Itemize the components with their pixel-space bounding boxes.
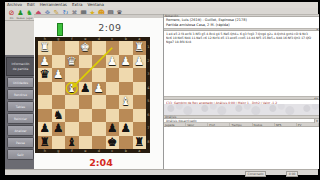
square-b6[interactable] <box>119 109 133 123</box>
panel-background-texture <box>164 104 319 115</box>
black-pawn: ♟ <box>79 82 93 96</box>
engine-column-nps: NPS <box>275 123 297 126</box>
turn-indicator-bar <box>57 23 63 36</box>
black-pawn: ♟ <box>119 122 133 136</box>
sidebar-button-utilidades[interactable]: Utilidades <box>7 77 34 88</box>
rank-label: 1 <box>147 41 151 55</box>
square-d1[interactable] <box>92 41 106 55</box>
square-c2[interactable]: ♟ <box>106 55 120 69</box>
square-a2[interactable]: ♟ <box>133 55 147 69</box>
file-label: f <box>65 149 79 153</box>
engine-column-nodos: Nodos <box>253 123 275 126</box>
square-d3[interactable] <box>92 68 106 82</box>
sidebar-info-box: Informaciónde partida <box>6 57 35 76</box>
event-line: Partida amistosa Casa, 2 M. (rápida) <box>166 23 316 28</box>
square-g8[interactable] <box>52 136 66 150</box>
square-c4[interactable] <box>106 82 120 96</box>
square-e1[interactable]: ♚ <box>79 41 93 55</box>
square-a5[interactable] <box>133 95 147 109</box>
white-pawn: ♟ <box>38 55 52 69</box>
square-b4[interactable] <box>119 82 133 96</box>
sidebar-button-label: Rendirse <box>14 93 27 97</box>
sidebar-button-label: Pausa <box>16 141 25 145</box>
rank-label: 3 <box>147 68 151 82</box>
square-h4[interactable] <box>38 82 52 96</box>
board-grid: ♜♚♜♟♛♟♟♟♛♟♝♟♟♝♞♟♟♟♟♜♝♚♜ <box>38 41 146 149</box>
square-e6[interactable] <box>79 109 93 123</box>
file-label: a <box>133 149 147 153</box>
black-clock: 2:04 <box>81 157 121 168</box>
notation-panel-titlebar: Notación <box>164 14 319 17</box>
white-clock: 2:09 <box>90 22 130 33</box>
fin-icon: ⊘ <box>9 9 15 17</box>
file-label: h <box>38 149 52 153</box>
sidebar-button-pausa[interactable]: Pausa <box>7 137 34 148</box>
status-item-1: 0:00 <box>286 171 298 177</box>
engine-column-valor: Valor <box>186 123 208 126</box>
movetext[interactable]: 1.e4 e5 2.f4 exf4 3.Nf3 g5 4.Bc4 g4 5.Ne… <box>166 32 314 94</box>
square-b5[interactable]: ♝ <box>119 95 133 109</box>
black-king: ♚ <box>106 136 120 150</box>
sidebar-button-tablas[interactable]: Tablas <box>7 101 34 112</box>
chess-board: hgfedcba ♜♚♜♟♛♟♟♟♛♟♝♟♟♝♞♟♟♟♟♜♝♚♜ 1234567… <box>35 37 150 153</box>
square-g7[interactable]: ♟ <box>52 122 66 136</box>
sidebar-info-line: Información <box>12 62 30 66</box>
square-b1[interactable] <box>119 41 133 55</box>
square-b7[interactable]: ♟ <box>119 122 133 136</box>
square-c8[interactable]: ♚ <box>106 136 120 150</box>
square-f5[interactable] <box>65 95 79 109</box>
square-a3[interactable] <box>133 68 147 82</box>
square-d6[interactable] <box>92 109 106 123</box>
square-d8[interactable] <box>92 136 106 150</box>
rank-label: 8 <box>147 136 151 150</box>
square-c5[interactable] <box>106 95 120 109</box>
sidebar-button-reiniciar[interactable]: Reiniciar <box>7 113 34 124</box>
file-label: b <box>119 149 133 153</box>
toolbar-button-fin[interactable]: ⊘Fin <box>7 9 16 20</box>
square-h8[interactable]: ♜ <box>38 136 52 150</box>
square-c6[interactable] <box>106 109 120 123</box>
square-d4[interactable]: ♟ <box>92 82 106 96</box>
square-e2[interactable] <box>79 55 93 69</box>
sidebar-button-rendirse[interactable]: Rendirse <box>7 89 34 100</box>
toolbar-button-jugar[interactable]: ♞Jugar <box>25 9 34 20</box>
rank-label: 4 <box>147 82 151 96</box>
file-label: g <box>52 149 66 153</box>
square-g2[interactable] <box>52 55 66 69</box>
white-pawn: ♟ <box>119 55 133 69</box>
game-info: Romero, Luis (2619) - Guillot, Espinosa … <box>166 18 316 27</box>
white-pawn: ♟ <box>92 82 106 96</box>
sidebar-button-salir[interactable]: Salir <box>7 149 34 160</box>
sidebar-info-line: de partida <box>13 67 28 71</box>
toolbar-label: Jugar <box>26 17 32 20</box>
white-pawn: ♟ <box>133 55 147 69</box>
square-a4[interactable] <box>133 82 147 96</box>
rank-label: 7 <box>147 122 151 136</box>
square-c3[interactable] <box>106 68 120 82</box>
board-panel: 2:09 hgfedcba ♜♚♜♟♛♟♟♟♛♟♝♟♟♝♞♟♟♟♟♜♝♚♜ 12… <box>34 14 163 171</box>
left-sidebar: Informaciónde partida UtilidadesRendirse… <box>5 55 34 170</box>
black-knight: ♞ <box>52 109 66 123</box>
black-rook: ♜ <box>133 136 147 150</box>
square-d7[interactable] <box>92 122 106 136</box>
file-label: c <box>106 149 120 153</box>
square-a6[interactable] <box>133 109 147 123</box>
black-pawn: ♟ <box>106 122 120 136</box>
sidebar-button-analizar[interactable]: Analizar <box>7 125 34 136</box>
square-e5[interactable] <box>79 95 93 109</box>
white-king: ♚ <box>79 41 93 55</box>
engine-column-prof: Prof. <box>208 123 230 126</box>
square-g4[interactable] <box>52 82 66 96</box>
jugar-icon: ♞ <box>26 9 32 17</box>
square-e4[interactable]: ♟ <box>79 82 93 96</box>
notation-panel-title: Notación <box>165 14 178 18</box>
square-h6[interactable] <box>38 109 52 123</box>
black-pawn: ♟ <box>38 122 52 136</box>
white-rook: ♜ <box>133 41 147 55</box>
square-a8[interactable]: ♜ <box>133 136 147 150</box>
rank-label: 5 <box>147 95 151 109</box>
status-item-0: Conectado <box>245 171 266 177</box>
square-b3[interactable] <box>119 68 133 82</box>
sidebar-button-label: Tablas <box>16 105 25 109</box>
square-c7[interactable]: ♟ <box>106 122 120 136</box>
square-g1[interactable] <box>52 41 66 55</box>
engine-lines-area[interactable] <box>164 127 319 169</box>
square-e3[interactable] <box>79 68 93 82</box>
square-f4[interactable]: ♝ <box>65 82 79 96</box>
square-a7[interactable] <box>133 122 147 136</box>
square-f2[interactable]: ♛ <box>65 55 79 69</box>
square-f6[interactable] <box>65 109 79 123</box>
nav-forward-icon[interactable]: ▸ <box>316 96 318 100</box>
square-a1[interactable]: ♜ <box>133 41 147 55</box>
board-panel-titlebar <box>34 15 163 18</box>
square-e8[interactable] <box>79 136 93 150</box>
square-d2[interactable] <box>92 55 106 69</box>
black-rook: ♜ <box>38 136 52 150</box>
sidebar-button-label: Reiniciar <box>14 117 27 121</box>
rank-label: 6 <box>147 109 151 123</box>
sidebar-button-label: Salir <box>17 153 24 157</box>
engine-column-tiempo: Tiempo <box>230 123 252 126</box>
square-g6[interactable]: ♞ <box>52 109 66 123</box>
square-h7[interactable]: ♟ <box>38 122 52 136</box>
square-h2[interactable]: ♟ <box>38 55 52 69</box>
square-f3[interactable] <box>65 68 79 82</box>
black-queen: ♛ <box>38 68 52 82</box>
toolbar-label: Nueva <box>16 17 24 20</box>
square-g5[interactable] <box>52 95 66 109</box>
square-f1[interactable] <box>65 41 79 55</box>
moves-header-strip: ▴ <box>164 28 319 31</box>
white-rook: ♜ <box>38 41 52 55</box>
screenshot-frame: ArchivoEditHerramientasExtraVentana ⊘Fin… <box>0 0 320 180</box>
status-bar: Conectado0:00 <box>5 169 318 175</box>
toolbar-button-nueva[interactable]: ♟Nueva <box>16 9 25 20</box>
white-queen: ♛ <box>65 55 79 69</box>
file-label: e <box>79 149 93 153</box>
black-bishop: ♝ <box>65 136 79 150</box>
white-pawn: ♟ <box>52 68 66 82</box>
nueva-icon: ♟ <box>17 9 23 17</box>
square-f8[interactable]: ♝ <box>65 136 79 150</box>
engine-column-pv: PV <box>297 123 319 126</box>
white-bishop: ♝ <box>65 82 79 96</box>
square-b8[interactable] <box>119 136 133 150</box>
sidebar-button-label: Analizar <box>14 129 26 133</box>
file-labels-bottom: hgfedcba <box>38 149 146 153</box>
square-b2[interactable]: ♟ <box>119 55 133 69</box>
square-g3[interactable]: ♟ <box>52 68 66 82</box>
scroll-up-icon[interactable]: ▴ <box>316 28 318 31</box>
file-label: d <box>92 149 106 153</box>
sidebar-button-label: Utilidades <box>13 81 28 85</box>
square-f7[interactable] <box>65 122 79 136</box>
rank-label: 2 <box>147 55 151 69</box>
square-h5[interactable] <box>38 95 52 109</box>
notation-panel: Notación Romero, Luis (2619) - Guillot, … <box>163 14 319 169</box>
square-d5[interactable] <box>92 95 106 109</box>
square-h1[interactable]: ♜ <box>38 41 52 55</box>
navigation-strip: ◂ ▸ <box>164 96 319 100</box>
engine-column-jugada: Jugada <box>164 123 186 126</box>
square-e7[interactable] <box>79 122 93 136</box>
white-bishop: ♝ <box>119 95 133 109</box>
white-pawn: ♟ <box>106 55 120 69</box>
rank-labels-right: 12345678 <box>147 41 151 149</box>
square-c1[interactable] <box>106 41 120 55</box>
chess-app-window: ArchivoEditHerramientasExtraVentana ⊘Fin… <box>5 2 318 175</box>
toolbar-label: Fin <box>10 17 14 20</box>
square-h3[interactable]: ♛ <box>38 68 52 82</box>
black-pawn: ♟ <box>52 122 66 136</box>
